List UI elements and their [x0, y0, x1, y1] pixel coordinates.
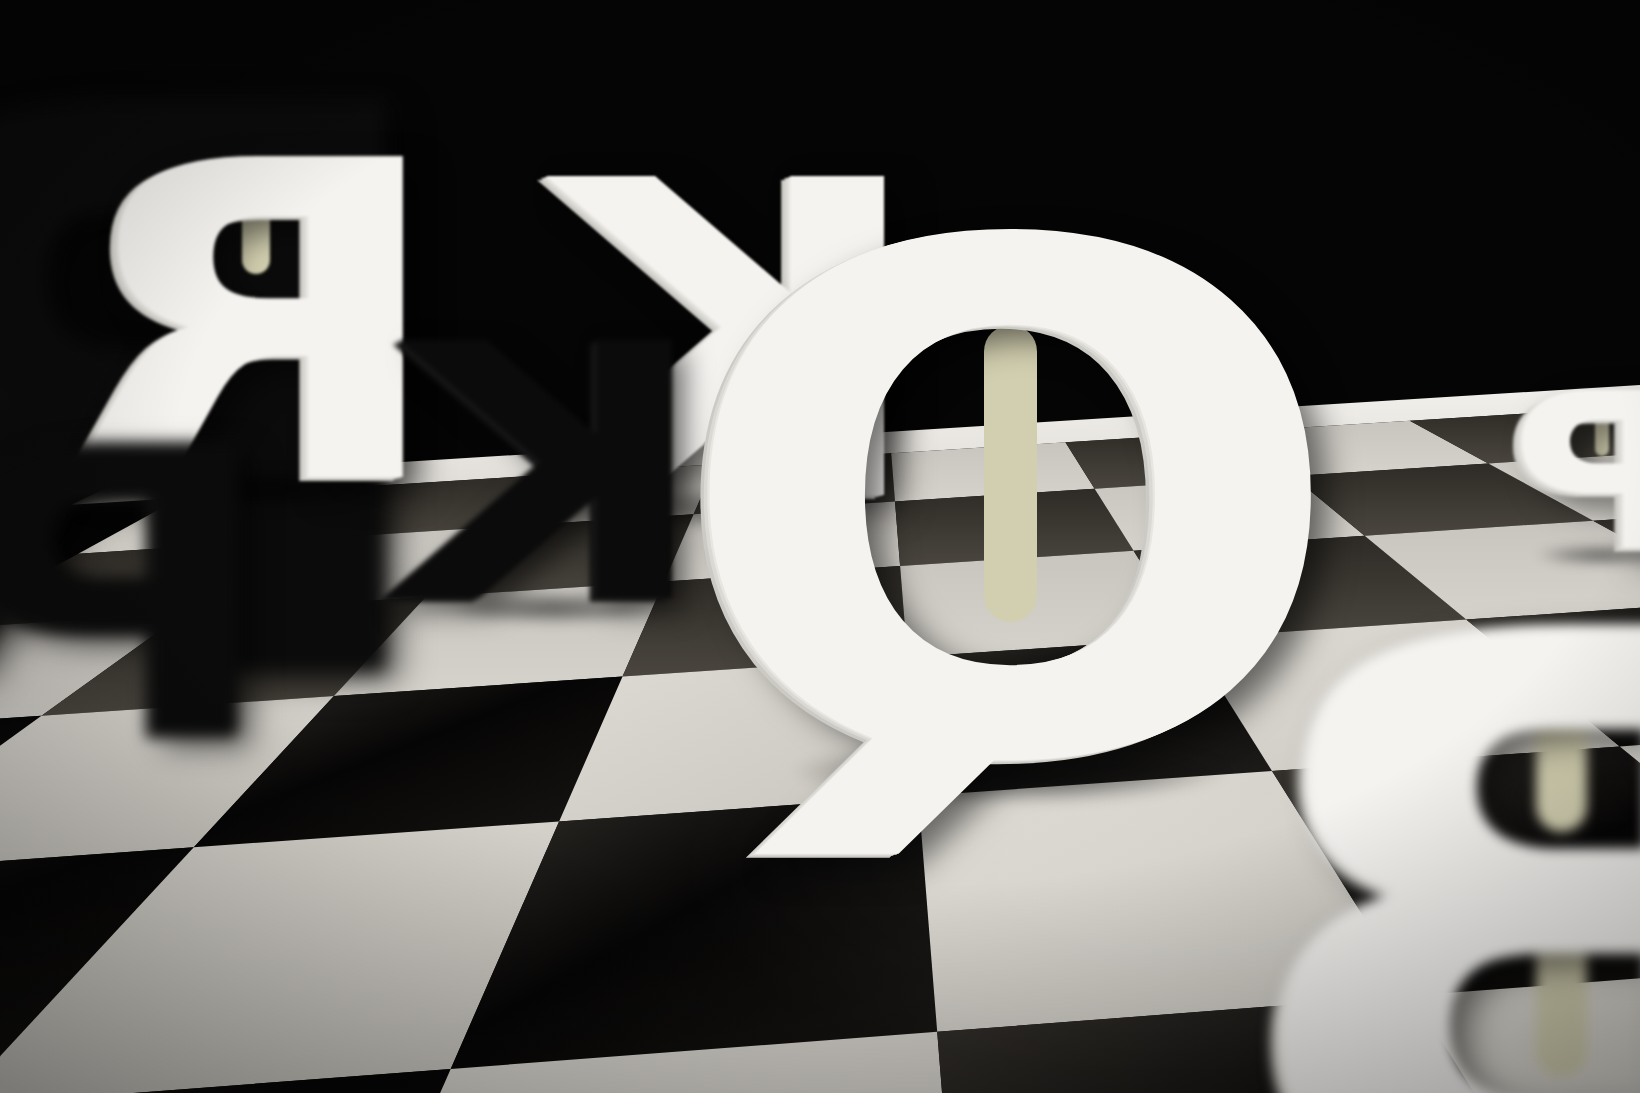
piece-letter-glyph: P: [0, 447, 281, 744]
piece-letter-glyph: K: [396, 345, 709, 607]
piece-white-queen-e5[interactable]: Q: [805, 227, 1216, 768]
piece-black-pawn-b5[interactable]: P: [0, 435, 230, 743]
piece-black-king-c6[interactable]: K: [449, 334, 656, 606]
piece-letter-glyph: B: [1216, 635, 1640, 1093]
pieces-layer: RRPKKPQB: [0, 0, 1640, 1093]
piece-white-bishop-f3[interactable]: B: [1329, 612, 1640, 1093]
studio-scene: RRPKKPQB: [0, 0, 1640, 1093]
